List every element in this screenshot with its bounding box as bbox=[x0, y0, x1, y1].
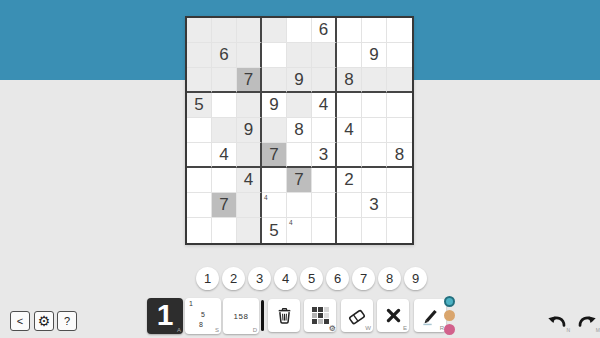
cell-r3c9[interactable] bbox=[387, 68, 412, 93]
cell-digit: 4 bbox=[344, 120, 353, 140]
cell-r5c2[interactable] bbox=[212, 118, 237, 143]
colorgrid-cell bbox=[318, 307, 323, 312]
numpad-button-5[interactable]: 5 bbox=[300, 267, 323, 290]
corner-mark: 8 bbox=[199, 321, 203, 328]
cell-r9c3[interactable] bbox=[237, 218, 262, 243]
cell-digit: 7 bbox=[244, 70, 253, 90]
numpad-button-8[interactable]: 8 bbox=[378, 267, 401, 290]
colorgrid-cell bbox=[312, 319, 317, 324]
key-hint-redo: M bbox=[596, 327, 600, 333]
cell-digit: 8 bbox=[395, 145, 404, 165]
cell-digit: 2 bbox=[344, 170, 353, 190]
cell-digit: 7 bbox=[219, 195, 228, 215]
cell-r4c5[interactable] bbox=[287, 93, 312, 118]
cell-digit: 8 bbox=[344, 70, 353, 90]
cell-digit: 3 bbox=[319, 145, 328, 165]
key-hint-undo: N bbox=[566, 327, 570, 333]
cell-r3c1[interactable] bbox=[187, 68, 212, 93]
cell-r2c3[interactable] bbox=[237, 43, 262, 68]
colorgrid-cell bbox=[318, 319, 323, 324]
cell-r9c1[interactable] bbox=[187, 218, 212, 243]
cell-r9c4[interactable]: 5 bbox=[262, 218, 287, 243]
cell-r4c3[interactable] bbox=[237, 93, 262, 118]
color-dot-2[interactable] bbox=[444, 310, 455, 321]
cell-digit: 7 bbox=[294, 170, 303, 190]
cell-digit: 5 bbox=[194, 95, 203, 115]
cell-r8c5[interactable] bbox=[287, 193, 312, 218]
cell-r6c9[interactable]: 8 bbox=[387, 143, 412, 168]
cell-digit: 9 bbox=[294, 70, 303, 90]
cell-r4c9[interactable] bbox=[387, 93, 412, 118]
cell-r4c2[interactable] bbox=[212, 93, 237, 118]
cell-r9c7[interactable] bbox=[337, 218, 362, 243]
cell-r2c2[interactable]: 6 bbox=[212, 43, 237, 68]
cell-r6c6[interactable]: 3 bbox=[312, 143, 337, 168]
undo-button[interactable]: N bbox=[546, 312, 568, 331]
cell-digit: 6 bbox=[319, 20, 328, 40]
numpad-button-4[interactable]: 4 bbox=[274, 267, 297, 290]
app: 669798594984473847274354 123456789 < ⚙ ?… bbox=[0, 0, 600, 338]
cell-r1c1[interactable] bbox=[187, 18, 212, 43]
cell-r6c2[interactable]: 4 bbox=[212, 143, 237, 168]
cell-r8c9[interactable] bbox=[387, 193, 412, 218]
numpad-button-1[interactable]: 1 bbox=[196, 267, 219, 290]
redo-button[interactable]: M bbox=[576, 312, 598, 331]
key-hint-s: S bbox=[215, 327, 219, 333]
colorgrid-cell bbox=[312, 307, 317, 312]
cell-r1c4[interactable] bbox=[262, 18, 287, 43]
cell-r4c7[interactable] bbox=[337, 93, 362, 118]
key-hint-a: A bbox=[177, 327, 181, 333]
cell-digit: 9 bbox=[269, 95, 278, 115]
cell-r7c1[interactable] bbox=[187, 168, 212, 193]
cell-r2c1[interactable] bbox=[187, 43, 212, 68]
cell-digit: 7 bbox=[269, 145, 278, 165]
cell-r9c6[interactable] bbox=[312, 218, 337, 243]
cell-r2c4[interactable] bbox=[262, 43, 287, 68]
cell-r1c9[interactable] bbox=[387, 18, 412, 43]
cell-r2c8[interactable]: 9 bbox=[362, 43, 387, 68]
cell-r6c3[interactable] bbox=[237, 143, 262, 168]
color-dots bbox=[444, 296, 455, 335]
colorgrid-cell bbox=[318, 313, 323, 318]
cell-r3c3[interactable]: 7 bbox=[237, 68, 262, 93]
key-hint-q: Q bbox=[329, 325, 334, 331]
cell-digit: 4 bbox=[219, 145, 228, 165]
settings-button[interactable]: ⚙ bbox=[34, 311, 54, 331]
trash-button[interactable] bbox=[268, 299, 300, 332]
cell-digit: 6 bbox=[219, 45, 228, 65]
cell-digit: 5 bbox=[269, 221, 278, 241]
corner-mode-button[interactable]: 1 5 8 S bbox=[185, 298, 221, 334]
cell-r1c2[interactable] bbox=[212, 18, 237, 43]
trash-icon bbox=[275, 306, 294, 325]
cell-r5c4[interactable] bbox=[262, 118, 287, 143]
cell-r8c1[interactable] bbox=[187, 193, 212, 218]
center-mode-button[interactable]: 158 D bbox=[223, 298, 259, 334]
cell-r5c1[interactable] bbox=[187, 118, 212, 143]
cell-r6c7[interactable] bbox=[337, 143, 362, 168]
cell-r7c9[interactable] bbox=[387, 168, 412, 193]
toolbar-divider bbox=[261, 300, 264, 331]
cell-digit: 3 bbox=[369, 195, 378, 215]
pencil-mark: 4 bbox=[289, 219, 293, 226]
cell-r5c7[interactable]: 4 bbox=[337, 118, 362, 143]
cell-r2c9[interactable] bbox=[387, 43, 412, 68]
key-hint-w: W bbox=[365, 325, 371, 331]
cell-r7c8[interactable] bbox=[362, 168, 387, 193]
undo-icon bbox=[546, 312, 568, 330]
cell-r1c5[interactable] bbox=[287, 18, 312, 43]
redo-icon bbox=[576, 312, 598, 330]
cell-r5c9[interactable] bbox=[387, 118, 412, 143]
cell-r7c5[interactable]: 7 bbox=[287, 168, 312, 193]
cell-r6c1[interactable] bbox=[187, 143, 212, 168]
key-hint-e: E bbox=[403, 325, 407, 331]
cell-r6c4[interactable]: 7 bbox=[262, 143, 287, 168]
cell-r4c1[interactable]: 5 bbox=[187, 93, 212, 118]
gear-icon: ⚙ bbox=[38, 314, 51, 328]
numpad-button-6[interactable]: 6 bbox=[326, 267, 349, 290]
cell-r8c7[interactable] bbox=[337, 193, 362, 218]
help-button[interactable]: ? bbox=[57, 311, 77, 331]
cell-r8c6[interactable] bbox=[312, 193, 337, 218]
cell-r2c6[interactable] bbox=[312, 43, 337, 68]
numpad-button-7[interactable]: 7 bbox=[352, 267, 375, 290]
cell-r3c2[interactable] bbox=[212, 68, 237, 93]
cell-r1c3[interactable] bbox=[237, 18, 262, 43]
cell-r5c8[interactable] bbox=[362, 118, 387, 143]
numpad-button-9[interactable]: 9 bbox=[404, 267, 427, 290]
cell-r1c6[interactable]: 6 bbox=[312, 18, 337, 43]
cell-r7c6[interactable] bbox=[312, 168, 337, 193]
cell-r9c5[interactable]: 4 bbox=[287, 218, 312, 243]
cell-r3c6[interactable] bbox=[312, 68, 337, 93]
colorgrid-icon bbox=[312, 307, 329, 324]
cell-digit: 4 bbox=[244, 170, 253, 190]
eraser-button[interactable]: W bbox=[341, 299, 373, 332]
number-pad: 123456789 bbox=[196, 267, 427, 290]
cell-r5c6[interactable] bbox=[312, 118, 337, 143]
cell-r2c5[interactable] bbox=[287, 43, 312, 68]
cell-r7c4[interactable] bbox=[262, 168, 287, 193]
sudoku-board: 669798594984473847274354 bbox=[185, 16, 414, 245]
colorgrid-cell bbox=[312, 313, 317, 318]
cell-r6c5[interactable] bbox=[287, 143, 312, 168]
cell-digit: 4 bbox=[319, 95, 328, 115]
colorgrid-cell bbox=[324, 307, 329, 312]
corner-mark: 1 bbox=[189, 300, 193, 307]
cell-r4c6[interactable]: 4 bbox=[312, 93, 337, 118]
cell-r3c5[interactable]: 9 bbox=[287, 68, 312, 93]
color-dot-3[interactable] bbox=[444, 324, 455, 335]
pen-icon bbox=[420, 306, 440, 326]
cell-r3c7[interactable]: 8 bbox=[337, 68, 362, 93]
cell-r8c2[interactable]: 7 bbox=[212, 193, 237, 218]
cell-r7c7[interactable]: 2 bbox=[337, 168, 362, 193]
pencil-mark: 4 bbox=[264, 194, 268, 201]
pen-button[interactable]: R bbox=[414, 299, 446, 332]
cell-r7c3[interactable]: 4 bbox=[237, 168, 262, 193]
cell-r3c8[interactable] bbox=[362, 68, 387, 93]
cell-r1c7[interactable] bbox=[337, 18, 362, 43]
clear-button[interactable]: E bbox=[377, 299, 409, 332]
cell-r2c7[interactable] bbox=[337, 43, 362, 68]
cell-r7c2[interactable] bbox=[212, 168, 237, 193]
colorgrid-cell bbox=[324, 319, 329, 324]
color-dot-1[interactable] bbox=[444, 296, 455, 307]
cell-digit: 9 bbox=[369, 45, 378, 65]
colorgrid-cell bbox=[324, 313, 329, 318]
cell-r9c9[interactable] bbox=[387, 218, 412, 243]
cell-r1c8[interactable] bbox=[362, 18, 387, 43]
x-icon bbox=[384, 306, 403, 325]
cell-r9c2[interactable] bbox=[212, 218, 237, 243]
eraser-icon bbox=[347, 306, 367, 326]
cell-digit: 8 bbox=[294, 120, 303, 140]
cell-r4c4[interactable]: 9 bbox=[262, 93, 287, 118]
cell-r8c8[interactable]: 3 bbox=[362, 193, 387, 218]
cell-r8c3[interactable] bbox=[237, 193, 262, 218]
colorgrid-button[interactable]: ⚙ Q bbox=[304, 299, 336, 332]
key-hint-d: D bbox=[253, 327, 257, 333]
back-button[interactable]: < bbox=[10, 311, 30, 331]
corner-mark: 5 bbox=[201, 311, 205, 318]
cell-r6c8[interactable] bbox=[362, 143, 387, 168]
cell-r5c5[interactable]: 8 bbox=[287, 118, 312, 143]
numpad-button-3[interactable]: 3 bbox=[248, 267, 271, 290]
cell-r5c3[interactable]: 9 bbox=[237, 118, 262, 143]
cell-r4c8[interactable] bbox=[362, 93, 387, 118]
digit-mode-button[interactable]: 1 A bbox=[147, 298, 183, 334]
cell-r8c4[interactable]: 4 bbox=[262, 193, 287, 218]
cell-digit: 9 bbox=[244, 120, 253, 140]
numpad-button-2[interactable]: 2 bbox=[222, 267, 245, 290]
cell-r3c4[interactable] bbox=[262, 68, 287, 93]
cell-r9c8[interactable] bbox=[362, 218, 387, 243]
